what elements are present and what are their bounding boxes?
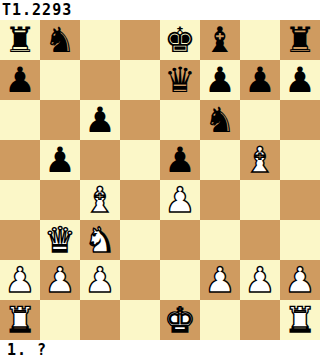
white-rook: ♜ <box>284 300 315 340</box>
square-f6[interactable]: ♞ <box>200 100 240 140</box>
square-a3[interactable] <box>0 220 40 260</box>
square-e4[interactable]: ♟ <box>160 180 200 220</box>
black-king: ♚ <box>164 20 195 60</box>
square-f5[interactable] <box>200 140 240 180</box>
square-h2[interactable]: ♟ <box>280 260 320 300</box>
square-d5[interactable] <box>120 140 160 180</box>
black-queen: ♛ <box>164 60 195 100</box>
square-b2[interactable]: ♟ <box>40 260 80 300</box>
square-b4[interactable] <box>40 180 80 220</box>
square-d3[interactable] <box>120 220 160 260</box>
square-c2[interactable]: ♟ <box>80 260 120 300</box>
white-bishop: ♝ <box>84 180 115 220</box>
square-e8[interactable]: ♚ <box>160 20 200 60</box>
square-h8[interactable]: ♜ <box>280 20 320 60</box>
white-bishop: ♝ <box>244 140 275 180</box>
square-e2[interactable] <box>160 260 200 300</box>
white-knight: ♞ <box>84 220 115 260</box>
square-c8[interactable] <box>80 20 120 60</box>
square-h5[interactable] <box>280 140 320 180</box>
white-pawn: ♟ <box>44 260 75 300</box>
black-pawn: ♟ <box>44 140 75 180</box>
square-g3[interactable] <box>240 220 280 260</box>
square-a6[interactable] <box>0 100 40 140</box>
square-b5[interactable]: ♟ <box>40 140 80 180</box>
white-pawn: ♟ <box>204 260 235 300</box>
square-e5[interactable]: ♟ <box>160 140 200 180</box>
square-a8[interactable]: ♜ <box>0 20 40 60</box>
white-rook: ♜ <box>4 300 35 340</box>
square-c7[interactable] <box>80 60 120 100</box>
square-a4[interactable] <box>0 180 40 220</box>
square-c5[interactable] <box>80 140 120 180</box>
square-h1[interactable]: ♜ <box>280 300 320 340</box>
square-g1[interactable] <box>240 300 280 340</box>
status-bar: 1. ? <box>0 340 320 360</box>
square-a5[interactable] <box>0 140 40 180</box>
square-e1[interactable]: ♚ <box>160 300 200 340</box>
move-prompt: 1. ? <box>7 341 47 359</box>
square-c6[interactable]: ♟ <box>80 100 120 140</box>
square-g2[interactable]: ♟ <box>240 260 280 300</box>
black-pawn: ♟ <box>164 140 195 180</box>
square-f1[interactable] <box>200 300 240 340</box>
square-g8[interactable] <box>240 20 280 60</box>
chess-board: ♜♞♚♝♜♟♛♟♟♟♟♞♟♟♝♝♟♛♞♟♟♟♟♟♟♜♚♜ <box>0 20 320 340</box>
black-pawn: ♟ <box>4 60 35 100</box>
white-pawn: ♟ <box>244 260 275 300</box>
square-d8[interactable] <box>120 20 160 60</box>
white-pawn: ♟ <box>4 260 35 300</box>
square-h3[interactable] <box>280 220 320 260</box>
white-pawn: ♟ <box>284 260 315 300</box>
square-g6[interactable] <box>240 100 280 140</box>
square-d2[interactable] <box>120 260 160 300</box>
puzzle-id: T1.2293 <box>2 1 72 19</box>
square-a1[interactable]: ♜ <box>0 300 40 340</box>
black-pawn: ♟ <box>204 60 235 100</box>
square-d7[interactable] <box>120 60 160 100</box>
square-b3[interactable]: ♛ <box>40 220 80 260</box>
square-a7[interactable]: ♟ <box>0 60 40 100</box>
square-c4[interactable]: ♝ <box>80 180 120 220</box>
square-e3[interactable] <box>160 220 200 260</box>
square-g7[interactable]: ♟ <box>240 60 280 100</box>
square-h4[interactable] <box>280 180 320 220</box>
square-d6[interactable] <box>120 100 160 140</box>
white-pawn: ♟ <box>164 180 195 220</box>
square-f3[interactable] <box>200 220 240 260</box>
black-pawn: ♟ <box>84 100 115 140</box>
white-king: ♚ <box>164 300 195 340</box>
square-f2[interactable]: ♟ <box>200 260 240 300</box>
square-f4[interactable] <box>200 180 240 220</box>
square-b1[interactable] <box>40 300 80 340</box>
black-rook: ♜ <box>284 20 315 60</box>
square-h7[interactable]: ♟ <box>280 60 320 100</box>
square-c1[interactable] <box>80 300 120 340</box>
black-knight: ♞ <box>204 100 235 140</box>
white-pawn: ♟ <box>84 260 115 300</box>
square-f7[interactable]: ♟ <box>200 60 240 100</box>
black-bishop: ♝ <box>204 20 235 60</box>
black-pawn: ♟ <box>284 60 315 100</box>
black-rook: ♜ <box>4 20 35 60</box>
title-bar: T1.2293 <box>0 0 320 20</box>
square-b7[interactable] <box>40 60 80 100</box>
chess-app-window: T1.2293 ♜♞♚♝♜♟♛♟♟♟♟♞♟♟♝♝♟♛♞♟♟♟♟♟♟♜♚♜ 1. … <box>0 0 320 360</box>
black-knight: ♞ <box>44 20 75 60</box>
square-e7[interactable]: ♛ <box>160 60 200 100</box>
square-h6[interactable] <box>280 100 320 140</box>
square-c3[interactable]: ♞ <box>80 220 120 260</box>
square-b8[interactable]: ♞ <box>40 20 80 60</box>
square-a2[interactable]: ♟ <box>0 260 40 300</box>
square-e6[interactable] <box>160 100 200 140</box>
white-queen: ♛ <box>44 220 75 260</box>
square-b6[interactable] <box>40 100 80 140</box>
square-d1[interactable] <box>120 300 160 340</box>
square-g5[interactable]: ♝ <box>240 140 280 180</box>
square-g4[interactable] <box>240 180 280 220</box>
square-f8[interactable]: ♝ <box>200 20 240 60</box>
black-pawn: ♟ <box>244 60 275 100</box>
square-d4[interactable] <box>120 180 160 220</box>
